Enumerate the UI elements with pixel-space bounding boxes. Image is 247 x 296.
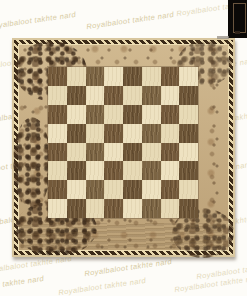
square-d5 — [104, 124, 123, 143]
square-f4 — [142, 143, 161, 162]
watermark-text: Royalbaloot takhte nard — [58, 276, 147, 296]
square-e4 — [123, 143, 142, 162]
playing-field — [48, 67, 198, 218]
square-d3 — [104, 161, 123, 180]
square-f5 — [142, 124, 161, 143]
watermark-text: Royalbaloot takhte nard — [0, 254, 73, 275]
square-h2 — [179, 180, 198, 199]
square-e6 — [123, 105, 142, 124]
thumbnail-detail — [235, 31, 240, 34]
thumbnail-frame — [233, 3, 246, 33]
square-e5 — [123, 124, 142, 143]
square-d7 — [104, 86, 123, 105]
square-g7 — [161, 86, 180, 105]
burl-knot — [13, 117, 51, 209]
square-d2 — [104, 180, 123, 199]
square-h1 — [179, 199, 198, 218]
square-b5 — [67, 124, 86, 143]
square-e7 — [123, 86, 142, 105]
square-c8 — [86, 67, 105, 86]
square-d4 — [104, 143, 123, 162]
corner-thumbnail — [228, 0, 247, 38]
square-c6 — [86, 105, 105, 124]
square-f8 — [142, 67, 161, 86]
square-f6 — [142, 105, 161, 124]
square-e1 — [123, 199, 142, 218]
square-g5 — [161, 124, 180, 143]
square-e2 — [123, 180, 142, 199]
watermark-text: Royalbaloot takhte nard — [86, 10, 175, 31]
square-f2 — [142, 180, 161, 199]
square-c3 — [86, 161, 105, 180]
square-d1 — [104, 199, 123, 218]
square-g1 — [161, 199, 180, 218]
square-b6 — [67, 105, 86, 124]
shadow-smudge — [217, 36, 229, 39]
square-c2 — [86, 180, 105, 199]
square-a2 — [48, 180, 67, 199]
square-h3 — [179, 161, 198, 180]
chess-board — [12, 38, 235, 257]
square-e3 — [123, 161, 142, 180]
square-f1 — [142, 199, 161, 218]
square-d6 — [104, 105, 123, 124]
square-b1 — [67, 199, 86, 218]
square-b8 — [67, 67, 86, 86]
square-b7 — [67, 86, 86, 105]
square-b4 — [67, 143, 86, 162]
watermark-text: Royalbaloot takhte nard — [0, 274, 45, 295]
square-h7 — [179, 86, 198, 105]
square-b2 — [67, 180, 86, 199]
square-b3 — [67, 161, 86, 180]
square-e8 — [123, 67, 142, 86]
square-a3 — [48, 161, 67, 180]
square-h6 — [179, 105, 198, 124]
square-a7 — [48, 86, 67, 105]
square-g8 — [161, 67, 180, 86]
square-a6 — [48, 105, 67, 124]
watermark-text: Royalbaloot takhte nard — [84, 257, 173, 278]
watermark-text: Royalbaloot takhte nard — [174, 273, 247, 294]
square-a1 — [48, 199, 67, 218]
square-h8 — [179, 67, 198, 86]
square-a8 — [48, 67, 67, 86]
inlay-border — [14, 40, 233, 255]
square-g2 — [161, 180, 180, 199]
square-c7 — [86, 86, 105, 105]
square-a4 — [48, 143, 67, 162]
square-f7 — [142, 86, 161, 105]
square-c4 — [86, 143, 105, 162]
burl-border — [18, 44, 229, 251]
square-a5 — [48, 124, 67, 143]
watermark-text: Royalbaloot takhte nard — [196, 260, 247, 281]
square-g6 — [161, 105, 180, 124]
square-c1 — [86, 199, 105, 218]
square-f3 — [142, 161, 161, 180]
square-c5 — [86, 124, 105, 143]
watermark-text: Royalbaloot takhte nard — [0, 10, 77, 31]
square-g4 — [161, 143, 180, 162]
square-g3 — [161, 161, 180, 180]
square-h5 — [179, 124, 198, 143]
product-photo: { "game": "chess", "board": { "rows": 8,… — [0, 0, 247, 296]
square-h4 — [179, 143, 198, 162]
square-d8 — [104, 67, 123, 86]
